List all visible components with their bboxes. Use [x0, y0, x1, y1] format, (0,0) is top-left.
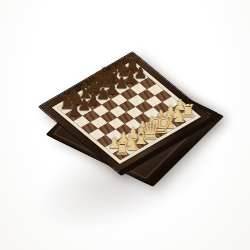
product-photo-scene: ♜♞♝♛♚♝♞♜♟♟♟♟♟♟♟♟♟♟♟♟♟♟♟♟♜♞♝♛♚♝♞♜ [0, 0, 250, 250]
